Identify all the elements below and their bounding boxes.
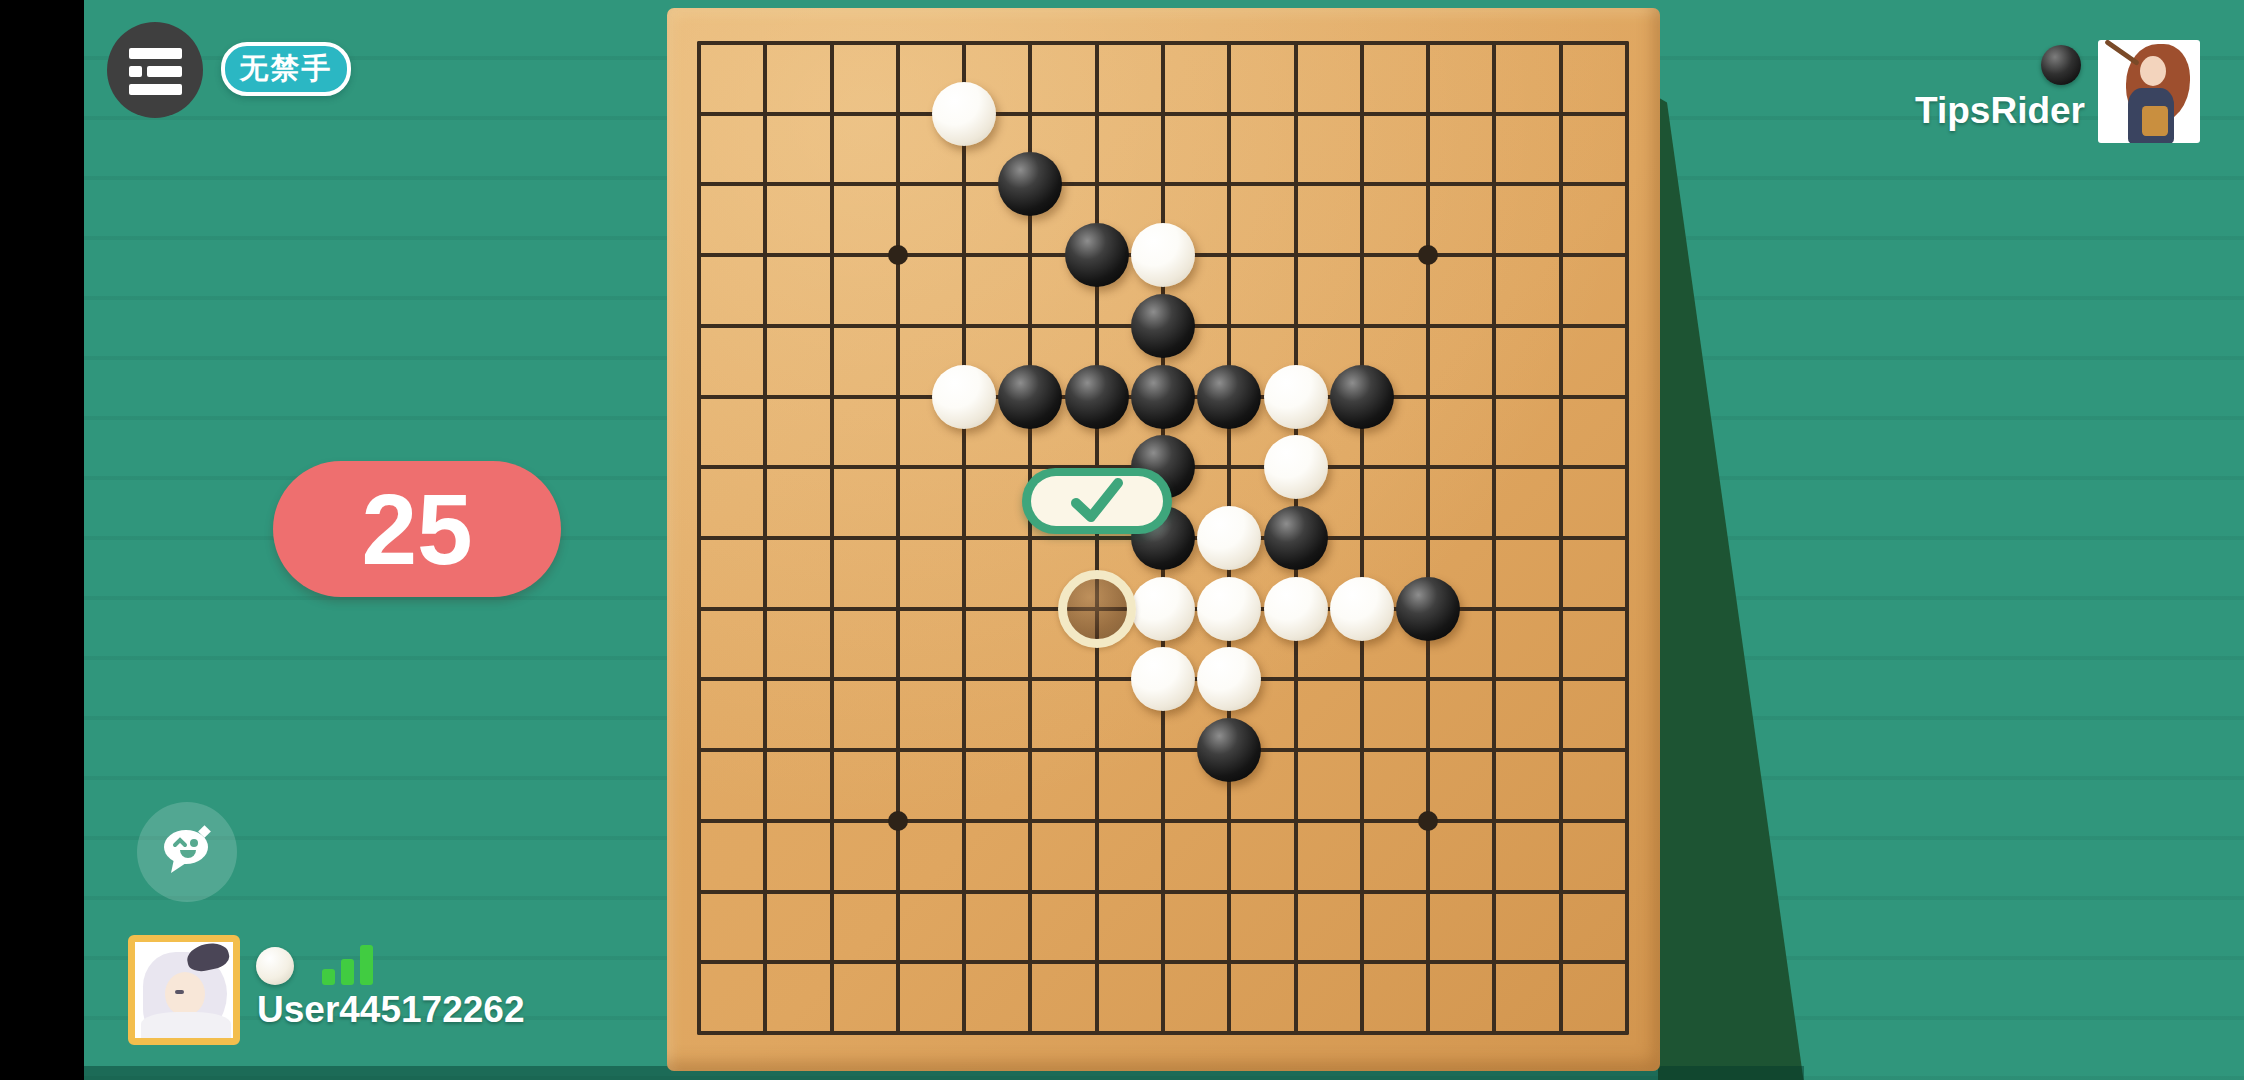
hamburger-icon: [129, 48, 182, 59]
stone-black: [1197, 718, 1261, 782]
stone-black: [998, 365, 1062, 429]
stone-black: [1065, 365, 1129, 429]
player-top-avatar[interactable]: [2098, 40, 2200, 143]
grid-hline: [697, 748, 1629, 752]
stone-white: [1131, 223, 1195, 287]
grid-hline: [697, 890, 1629, 894]
grid-vline: [1426, 41, 1430, 1035]
stone-white: [1197, 506, 1261, 570]
game-screen: 无禁手 25 User445172262 TipsRider: [0, 0, 2244, 1080]
timer-value: 25: [361, 472, 472, 587]
chat-bubble-icon: [156, 821, 218, 883]
grid-hline: [697, 819, 1629, 823]
chat-button[interactable]: [137, 802, 237, 902]
stone-black: [1197, 365, 1261, 429]
stone-white: [1197, 647, 1261, 711]
stone-black: [1131, 294, 1195, 358]
menu-button[interactable]: [107, 22, 203, 118]
board-cast-shadow: [1658, 0, 1808, 1080]
star-point: [888, 245, 908, 265]
grid-vline: [1360, 41, 1364, 1035]
stone-white: [1131, 647, 1195, 711]
stone-white: [1264, 435, 1328, 499]
signal-bar-1: [322, 969, 335, 985]
grid-hline: [697, 1031, 1629, 1035]
rule-badge: 无禁手: [221, 42, 351, 96]
grid-hline: [697, 960, 1629, 964]
star-point: [1418, 245, 1438, 265]
stone-white: [1264, 577, 1328, 641]
stone-black: [1065, 223, 1129, 287]
player-top-name: TipsRider: [1915, 90, 2085, 132]
stone-white: [1330, 577, 1394, 641]
stone-black: [1264, 506, 1328, 570]
player-top-stone-icon: [2041, 45, 2081, 85]
stone-black: [1131, 365, 1195, 429]
signal-bar-2: [341, 959, 354, 985]
letterbox-bar: [0, 0, 84, 1080]
player-bottom-name: User445172262: [257, 989, 524, 1031]
stone-white: [1197, 577, 1261, 641]
stone-white: [932, 365, 996, 429]
confirm-inner: [1031, 476, 1163, 526]
stone-white: [932, 82, 996, 146]
player-bottom-avatar[interactable]: [128, 935, 240, 1045]
player-bottom-stone-icon: [256, 947, 294, 985]
signal-bar-3: [360, 945, 373, 985]
stone-white: [1131, 577, 1195, 641]
star-point: [1418, 811, 1438, 831]
move-timer: 25: [273, 461, 561, 597]
pending-move-preview[interactable]: [1058, 570, 1136, 648]
stone-black: [1330, 365, 1394, 429]
grid-vline: [1625, 41, 1629, 1035]
confirm-move-button[interactable]: [1022, 468, 1172, 534]
stone-white: [1264, 365, 1328, 429]
grid-vline: [1559, 41, 1563, 1035]
grid-vline: [1492, 41, 1496, 1035]
checkmark-icon: [1060, 477, 1134, 525]
stone-black: [998, 152, 1062, 216]
stone-black: [1396, 577, 1460, 641]
board[interactable]: [667, 8, 1660, 1071]
star-point: [888, 811, 908, 831]
